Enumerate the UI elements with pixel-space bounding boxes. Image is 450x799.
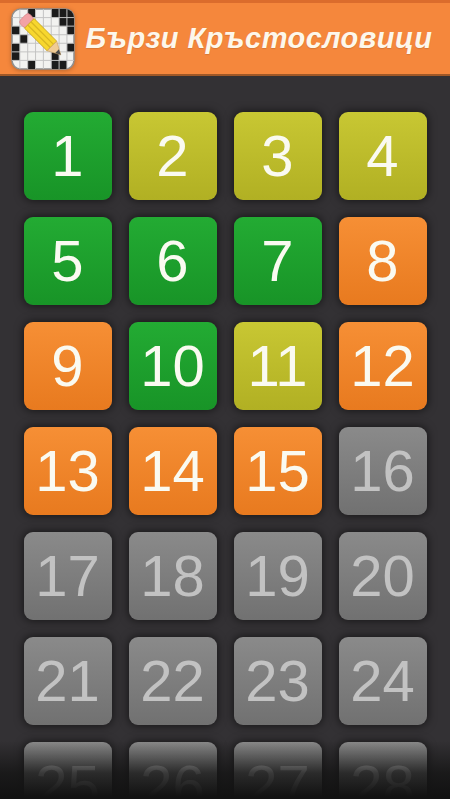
level-number: 26 <box>140 757 205 799</box>
level-tile-20: 20 <box>339 532 427 620</box>
level-number: 2 <box>156 127 188 185</box>
level-tile-3[interactable]: 3 <box>234 112 322 200</box>
level-number: 13 <box>35 442 100 500</box>
level-number: 5 <box>51 232 83 290</box>
level-number: 28 <box>350 757 415 799</box>
level-number: 11 <box>247 337 307 395</box>
level-number: 27 <box>245 757 310 799</box>
level-tile-12[interactable]: 12 <box>339 322 427 410</box>
level-tile-25: 25 <box>24 742 112 799</box>
level-number: 6 <box>156 232 188 290</box>
level-number: 10 <box>140 337 205 395</box>
level-number: 21 <box>35 652 100 710</box>
level-tile-18: 18 <box>129 532 217 620</box>
level-tile-4[interactable]: 4 <box>339 112 427 200</box>
level-tile-15[interactable]: 15 <box>234 427 322 515</box>
level-tile-5[interactable]: 5 <box>24 217 112 305</box>
level-tile-22: 22 <box>129 637 217 725</box>
level-tile-9[interactable]: 9 <box>24 322 112 410</box>
level-tile-8[interactable]: 8 <box>339 217 427 305</box>
level-number: 17 <box>35 547 100 605</box>
crossword-pencil-icon <box>10 8 76 70</box>
level-tile-7[interactable]: 7 <box>234 217 322 305</box>
level-tile-28: 28 <box>339 742 427 799</box>
level-number: 9 <box>51 337 83 395</box>
level-number: 7 <box>261 232 293 290</box>
level-number: 18 <box>140 547 205 605</box>
level-tile-23: 23 <box>234 637 322 725</box>
level-number: 15 <box>245 442 310 500</box>
level-number: 25 <box>35 757 100 799</box>
level-tile-27: 27 <box>234 742 322 799</box>
app-header: Бързи Кръстословици <box>0 0 450 76</box>
page-title: Бързи Кръстословици <box>76 22 450 55</box>
level-number: 8 <box>366 232 398 290</box>
level-tile-24: 24 <box>339 637 427 725</box>
level-tile-14[interactable]: 14 <box>129 427 217 515</box>
level-tile-21: 21 <box>24 637 112 725</box>
level-number: 14 <box>140 442 205 500</box>
level-tile-6[interactable]: 6 <box>129 217 217 305</box>
level-tile-16: 16 <box>339 427 427 515</box>
level-number: 20 <box>350 547 415 605</box>
level-number: 16 <box>350 442 415 500</box>
level-number: 19 <box>245 547 310 605</box>
level-tile-13[interactable]: 13 <box>24 427 112 515</box>
level-number: 1 <box>51 127 83 185</box>
level-tile-2[interactable]: 2 <box>129 112 217 200</box>
level-tile-19: 19 <box>234 532 322 620</box>
level-number: 3 <box>261 127 293 185</box>
level-tile-17: 17 <box>24 532 112 620</box>
level-tile-11[interactable]: 11 <box>234 322 322 410</box>
level-number: 4 <box>366 127 398 185</box>
level-number: 23 <box>245 652 310 710</box>
level-number: 24 <box>350 652 415 710</box>
level-tile-10[interactable]: 10 <box>129 322 217 410</box>
level-number: 22 <box>140 652 205 710</box>
level-grid: 1234567891011121314151617181920212223242… <box>24 112 427 799</box>
level-tile-1[interactable]: 1 <box>24 112 112 200</box>
level-number: 12 <box>350 337 415 395</box>
level-tile-26: 26 <box>129 742 217 799</box>
